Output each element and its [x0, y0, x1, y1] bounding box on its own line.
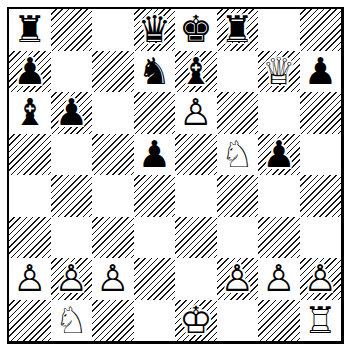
black-pawn-piece: ♟♟ — [134, 134, 176, 176]
square-b6[interactable]: ♟♟ — [51, 92, 93, 134]
black-pawn-piece: ♟♟ — [300, 51, 342, 93]
square-b1[interactable]: ♞♘ — [51, 300, 93, 342]
square-g6[interactable] — [258, 92, 300, 134]
black-rook-piece: ♜♜ — [217, 9, 259, 51]
square-b5[interactable] — [51, 134, 93, 176]
square-e6[interactable]: ♟♙ — [175, 92, 217, 134]
square-h2[interactable]: ♟♙ — [300, 258, 342, 300]
square-e8[interactable]: ♚♚ — [175, 9, 217, 51]
square-g4[interactable] — [258, 175, 300, 217]
square-f1[interactable] — [217, 300, 259, 342]
square-c6[interactable] — [92, 92, 134, 134]
square-g5[interactable]: ♟♟ — [258, 134, 300, 176]
square-a3[interactable] — [9, 217, 51, 259]
square-g8[interactable] — [258, 9, 300, 51]
square-d5[interactable]: ♟♟ — [134, 134, 176, 176]
square-a4[interactable] — [9, 175, 51, 217]
square-a8[interactable]: ♜♜ — [9, 9, 51, 51]
square-g1[interactable] — [258, 300, 300, 342]
chess-board: ♜♜♛♛♚♚♜♜♟♟♞♞♝♝♛♕♟♟♝♝♟♟♟♙♟♟♞♘♟♟♟♙♟♙♟♙♟♙♟♙… — [7, 7, 344, 344]
square-e4[interactable] — [175, 175, 217, 217]
square-h3[interactable] — [300, 217, 342, 259]
white-pawn-piece: ♟♙ — [51, 258, 93, 300]
black-knight-piece: ♞♞ — [134, 51, 176, 93]
black-queen-piece: ♛♛ — [134, 9, 176, 51]
square-f8[interactable]: ♜♜ — [217, 9, 259, 51]
square-e1[interactable]: ♚♔ — [175, 300, 217, 342]
chess-diagram-page: ♜♜♛♛♚♚♜♜♟♟♞♞♝♝♛♕♟♟♝♝♟♟♟♙♟♟♞♘♟♟♟♙♟♙♟♙♟♙♟♙… — [0, 0, 350, 350]
square-f7[interactable] — [217, 51, 259, 93]
square-c8[interactable] — [92, 9, 134, 51]
square-b3[interactable] — [51, 217, 93, 259]
square-b4[interactable] — [51, 175, 93, 217]
square-d1[interactable] — [134, 300, 176, 342]
white-knight-piece: ♞♘ — [217, 134, 259, 176]
square-a6[interactable]: ♝♝ — [9, 92, 51, 134]
square-b7[interactable] — [51, 51, 93, 93]
square-c7[interactable] — [92, 51, 134, 93]
square-e7[interactable]: ♝♝ — [175, 51, 217, 93]
square-d7[interactable]: ♞♞ — [134, 51, 176, 93]
square-f6[interactable] — [217, 92, 259, 134]
square-h5[interactable] — [300, 134, 342, 176]
square-c5[interactable] — [92, 134, 134, 176]
square-d8[interactable]: ♛♛ — [134, 9, 176, 51]
black-pawn-piece: ♟♟ — [9, 51, 51, 93]
square-b2[interactable]: ♟♙ — [51, 258, 93, 300]
white-king-piece: ♚♔ — [175, 300, 217, 342]
white-pawn-piece: ♟♙ — [258, 258, 300, 300]
white-pawn-piece: ♟♙ — [92, 258, 134, 300]
square-c4[interactable] — [92, 175, 134, 217]
square-d6[interactable] — [134, 92, 176, 134]
square-a2[interactable]: ♟♙ — [9, 258, 51, 300]
square-h6[interactable] — [300, 92, 342, 134]
black-pawn-piece: ♟♟ — [51, 92, 93, 134]
square-e2[interactable] — [175, 258, 217, 300]
white-pawn-piece: ♟♙ — [175, 92, 217, 134]
white-pawn-piece: ♟♙ — [217, 258, 259, 300]
square-h8[interactable] — [300, 9, 342, 51]
square-c1[interactable] — [92, 300, 134, 342]
square-b8[interactable] — [51, 9, 93, 51]
black-bishop-piece: ♝♝ — [175, 51, 217, 93]
square-d2[interactable] — [134, 258, 176, 300]
white-pawn-piece: ♟♙ — [300, 258, 342, 300]
square-g3[interactable] — [258, 217, 300, 259]
square-f3[interactable] — [217, 217, 259, 259]
square-a7[interactable]: ♟♟ — [9, 51, 51, 93]
black-king-piece: ♚♚ — [175, 9, 217, 51]
black-bishop-piece: ♝♝ — [9, 92, 51, 134]
white-queen-piece: ♛♕ — [258, 51, 300, 93]
square-h7[interactable]: ♟♟ — [300, 51, 342, 93]
square-e3[interactable] — [175, 217, 217, 259]
white-knight-piece: ♞♘ — [51, 300, 93, 342]
square-f4[interactable] — [217, 175, 259, 217]
square-a1[interactable] — [9, 300, 51, 342]
square-f2[interactable]: ♟♙ — [217, 258, 259, 300]
square-c2[interactable]: ♟♙ — [92, 258, 134, 300]
square-f5[interactable]: ♞♘ — [217, 134, 259, 176]
white-rook-piece: ♜♖ — [300, 300, 342, 342]
white-pawn-piece: ♟♙ — [9, 258, 51, 300]
black-pawn-piece: ♟♟ — [258, 134, 300, 176]
square-c3[interactable] — [92, 217, 134, 259]
square-d4[interactable] — [134, 175, 176, 217]
square-g2[interactable]: ♟♙ — [258, 258, 300, 300]
black-rook-piece: ♜♜ — [9, 9, 51, 51]
square-h1[interactable]: ♜♖ — [300, 300, 342, 342]
square-e5[interactable] — [175, 134, 217, 176]
square-a5[interactable] — [9, 134, 51, 176]
square-d3[interactable] — [134, 217, 176, 259]
square-h4[interactable] — [300, 175, 342, 217]
square-g7[interactable]: ♛♕ — [258, 51, 300, 93]
